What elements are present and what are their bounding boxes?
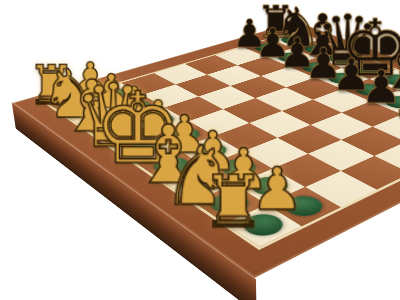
- square-d3: [189, 109, 250, 136]
- board-field: ♜♞♝♛♚♝♞♜♟♟♟♟♟♟♟♟♟♟♟♟♟♟♟♟♜♞♝♛♚♝♞♜: [45, 31, 400, 251]
- board-scene: ♜♞♝♛♚♝♞♜♟♟♟♟♟♟♟♟♟♟♟♟♟♟♟♟♜♞♝♛♚♝♞♜: [87, 0, 400, 300]
- felt-base-e7: [350, 82, 391, 98]
- felt-base-g2: [244, 173, 295, 199]
- felt-base-a1: [57, 96, 98, 113]
- chessboard: ♜♞♝♛♚♝♞♜♟♟♟♟♟♟♟♟♟♟♟♟♟♟♟♟♜♞♝♛♚♝♞♜: [13, 22, 400, 278]
- square-a1: ♜: [49, 93, 106, 117]
- felt-base-g1: [203, 190, 256, 218]
- felt-base-h1: [236, 210, 291, 240]
- chess-set-photo: ♜♞♝♛♚♝♞♜♟♟♟♟♟♟♟♟♟♟♟♟♟♟♟♟♜♞♝♛♚♝♞♜: [0, 0, 400, 300]
- felt-base-f7: [379, 94, 400, 111]
- felt-base-e8: [377, 72, 400, 87]
- black-rook-a8: ♜: [209, 0, 343, 45]
- felt-base-b1: [77, 109, 120, 128]
